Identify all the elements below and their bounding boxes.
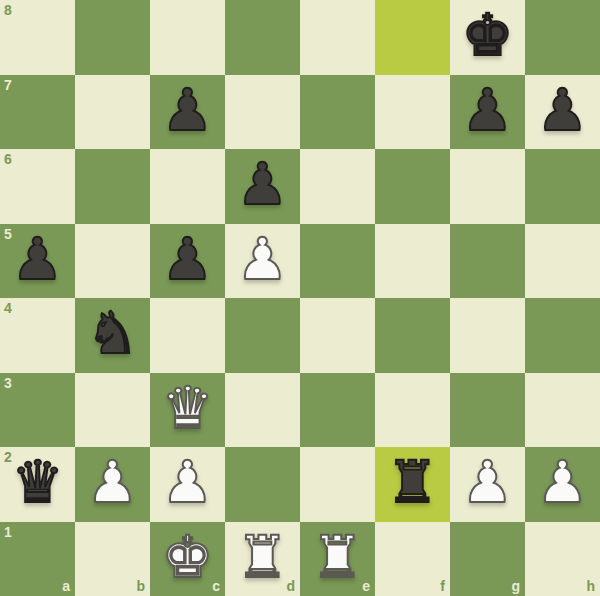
square-b8[interactable]	[75, 0, 150, 75]
square-e8[interactable]	[300, 0, 375, 75]
file-label-b: b	[136, 579, 145, 593]
square-c3[interactable]: ♛	[150, 373, 225, 448]
square-a8[interactable]: 8	[0, 0, 75, 75]
black-pawn-piece[interactable]: ♟	[12, 230, 64, 288]
square-g3[interactable]	[450, 373, 525, 448]
square-d8[interactable]	[225, 0, 300, 75]
square-e3[interactable]	[300, 373, 375, 448]
square-b4[interactable]: ♞	[75, 298, 150, 373]
rank-label-1: 1	[4, 525, 12, 539]
square-e2[interactable]	[300, 447, 375, 522]
black-queen-piece[interactable]: ♛	[12, 453, 64, 511]
square-b7[interactable]	[75, 75, 150, 150]
square-d6[interactable]: ♟	[225, 149, 300, 224]
black-pawn-piece[interactable]: ♟	[162, 81, 214, 139]
square-g6[interactable]	[450, 149, 525, 224]
square-d7[interactable]	[225, 75, 300, 150]
square-c5[interactable]: ♟	[150, 224, 225, 299]
square-b1[interactable]: b	[75, 522, 150, 596]
square-c4[interactable]	[150, 298, 225, 373]
square-f4[interactable]	[375, 298, 450, 373]
square-h4[interactable]	[525, 298, 600, 373]
square-b2[interactable]: ♟	[75, 447, 150, 522]
white-king-piece[interactable]: ♚	[162, 528, 214, 586]
square-d4[interactable]	[225, 298, 300, 373]
square-c1[interactable]: c♚	[150, 522, 225, 596]
square-d5[interactable]: ♟	[225, 224, 300, 299]
square-g7[interactable]: ♟	[450, 75, 525, 150]
square-c2[interactable]: ♟	[150, 447, 225, 522]
square-a3[interactable]: 3	[0, 373, 75, 448]
square-d2[interactable]	[225, 447, 300, 522]
white-pawn-piece[interactable]: ♟	[237, 230, 289, 288]
square-a1[interactable]: 1a	[0, 522, 75, 596]
file-label-g: g	[511, 579, 520, 593]
black-king-piece[interactable]: ♚	[462, 6, 514, 64]
square-f2[interactable]: ♜	[375, 447, 450, 522]
square-a6[interactable]: 6	[0, 149, 75, 224]
square-c6[interactable]	[150, 149, 225, 224]
chess-board: 8♚7♟♟♟6♟5♟♟♟4♞3♛2♛♟♟♜♟♟1abc♚d♜e♜fgh	[0, 0, 600, 596]
square-e5[interactable]	[300, 224, 375, 299]
square-e4[interactable]	[300, 298, 375, 373]
white-pawn-piece[interactable]: ♟	[162, 453, 214, 511]
square-b3[interactable]	[75, 373, 150, 448]
square-d1[interactable]: d♜	[225, 522, 300, 596]
black-pawn-piece[interactable]: ♟	[462, 81, 514, 139]
square-h6[interactable]	[525, 149, 600, 224]
square-f8[interactable]	[375, 0, 450, 75]
white-rook-piece[interactable]: ♜	[312, 528, 364, 586]
square-h8[interactable]	[525, 0, 600, 75]
white-pawn-piece[interactable]: ♟	[462, 453, 514, 511]
square-f3[interactable]	[375, 373, 450, 448]
file-label-a: a	[62, 579, 70, 593]
square-d3[interactable]	[225, 373, 300, 448]
square-g2[interactable]: ♟	[450, 447, 525, 522]
white-pawn-piece[interactable]: ♟	[537, 453, 589, 511]
square-g4[interactable]	[450, 298, 525, 373]
rank-label-3: 3	[4, 376, 12, 390]
square-a7[interactable]: 7	[0, 75, 75, 150]
rank-label-6: 6	[4, 152, 12, 166]
rank-label-7: 7	[4, 78, 12, 92]
black-pawn-piece[interactable]: ♟	[162, 230, 214, 288]
square-e7[interactable]	[300, 75, 375, 150]
square-a5[interactable]: 5♟	[0, 224, 75, 299]
white-rook-piece[interactable]: ♜	[237, 528, 289, 586]
file-label-h: h	[586, 579, 595, 593]
square-g5[interactable]	[450, 224, 525, 299]
square-h7[interactable]: ♟	[525, 75, 600, 150]
rank-label-8: 8	[4, 3, 12, 17]
square-f6[interactable]	[375, 149, 450, 224]
square-g8[interactable]: ♚	[450, 0, 525, 75]
square-a2[interactable]: 2♛	[0, 447, 75, 522]
black-pawn-piece[interactable]: ♟	[237, 155, 289, 213]
square-g1[interactable]: g	[450, 522, 525, 596]
square-h3[interactable]	[525, 373, 600, 448]
black-rook-piece[interactable]: ♜	[387, 453, 439, 511]
white-pawn-piece[interactable]: ♟	[87, 453, 139, 511]
rank-label-4: 4	[4, 301, 12, 315]
square-f1[interactable]: f	[375, 522, 450, 596]
square-b5[interactable]	[75, 224, 150, 299]
square-e6[interactable]	[300, 149, 375, 224]
square-e1[interactable]: e♜	[300, 522, 375, 596]
square-h2[interactable]: ♟	[525, 447, 600, 522]
square-f7[interactable]	[375, 75, 450, 150]
square-h5[interactable]	[525, 224, 600, 299]
white-queen-piece[interactable]: ♛	[162, 379, 214, 437]
square-a4[interactable]: 4	[0, 298, 75, 373]
square-c7[interactable]: ♟	[150, 75, 225, 150]
black-pawn-piece[interactable]: ♟	[537, 81, 589, 139]
square-b6[interactable]	[75, 149, 150, 224]
square-h1[interactable]: h	[525, 522, 600, 596]
file-label-f: f	[440, 579, 445, 593]
square-f5[interactable]	[375, 224, 450, 299]
black-knight-piece[interactable]: ♞	[87, 304, 139, 362]
square-c8[interactable]	[150, 0, 225, 75]
